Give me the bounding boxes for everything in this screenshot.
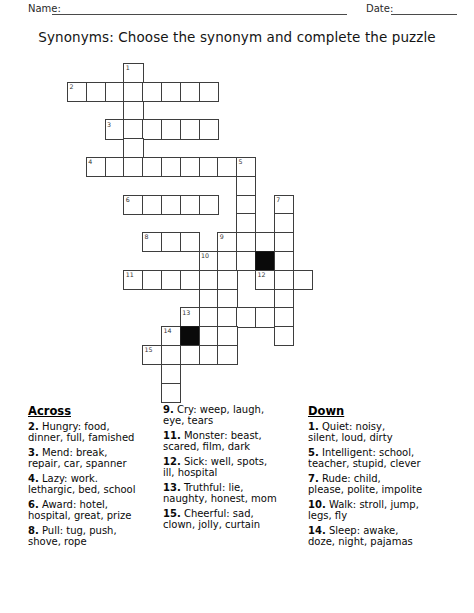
page-title: Synonyms: Choose the synonym and complet… xyxy=(0,29,474,45)
cell-number: 3 xyxy=(107,122,111,129)
grid-cell[interactable] xyxy=(236,232,256,252)
grid-cell[interactable] xyxy=(236,195,256,215)
grid-cell[interactable] xyxy=(199,82,219,102)
grid-cell-black xyxy=(255,251,275,271)
clue-number: 3. xyxy=(28,447,39,458)
clue-text: Lazy: work. lethargic, bed, school xyxy=(28,473,136,495)
grid-cell[interactable] xyxy=(199,326,219,346)
clue-7: 7. Rude: child, please, polite, impolite xyxy=(308,473,468,495)
cell-number: 11 xyxy=(126,272,134,279)
clue-number: 6. xyxy=(28,499,39,510)
grid-cell[interactable] xyxy=(123,101,143,121)
grid-cell[interactable] xyxy=(217,270,237,290)
grid-cell[interactable] xyxy=(274,270,294,290)
grid-cell[interactable] xyxy=(161,270,181,290)
grid-cell[interactable] xyxy=(161,232,181,252)
clue-6: 6. Award: hotel, hospital, great, prize xyxy=(28,499,168,521)
cell-number: 15 xyxy=(145,347,153,354)
grid-cell[interactable] xyxy=(161,119,181,139)
across-header: Across xyxy=(28,404,168,418)
cell-number: 7 xyxy=(276,197,280,204)
clue-number: 4. xyxy=(28,473,39,484)
clue-number: 7. xyxy=(308,473,319,484)
grid-cell[interactable] xyxy=(199,157,219,177)
clue-text: Hungry: food, dinner, full, famished xyxy=(28,421,134,443)
grid-cell[interactable] xyxy=(236,213,256,233)
grid-cell[interactable] xyxy=(123,119,143,139)
grid-cell[interactable] xyxy=(217,307,237,327)
clue-1: 1. Quiet: noisy, silent, loud, dirty xyxy=(308,421,468,443)
grid-cell[interactable] xyxy=(293,270,313,290)
grid-cell[interactable] xyxy=(274,307,294,327)
grid-cell[interactable] xyxy=(180,345,200,365)
grid-cell[interactable] xyxy=(180,82,200,102)
grid-cell[interactable] xyxy=(105,82,125,102)
grid-cell[interactable] xyxy=(161,383,181,403)
grid-cell[interactable] xyxy=(86,82,106,102)
clue-text: Rude: child, please, polite, impolite xyxy=(308,473,422,495)
clue-9: 9. Cry: weep, laugh, eye, tears xyxy=(163,404,308,426)
date-input-line[interactable] xyxy=(391,3,457,15)
grid-cell[interactable] xyxy=(161,345,181,365)
down-header: Down xyxy=(308,404,468,418)
cell-number: 10 xyxy=(201,253,209,260)
clue-12: 12. Sick: well, spots, ill, hospital xyxy=(163,456,308,478)
clue-number: 2. xyxy=(28,421,39,432)
grid-cell[interactable] xyxy=(180,119,200,139)
cell-number: 5 xyxy=(239,159,243,166)
clue-8: 8. Pull: tug, push, shove, rope xyxy=(28,525,168,547)
clue-number: 15. xyxy=(163,508,181,519)
clue-number: 13. xyxy=(163,482,181,493)
clue-3: 3. Mend: break, repair, car, spanner xyxy=(28,447,168,469)
grid-cell[interactable] xyxy=(161,157,181,177)
clue-number: 9. xyxy=(163,404,174,415)
crossword-grid: 123456789101112131415 xyxy=(67,63,327,408)
grid-cell[interactable] xyxy=(123,82,143,102)
grid-cell[interactable] xyxy=(142,270,162,290)
cell-number: 12 xyxy=(257,272,265,279)
grid-cell[interactable] xyxy=(255,307,275,327)
clue-number: 12. xyxy=(163,456,181,467)
grid-cell[interactable] xyxy=(274,232,294,252)
grid-cell[interactable] xyxy=(236,176,256,196)
grid-cell[interactable] xyxy=(180,270,200,290)
grid-cell[interactable] xyxy=(180,195,200,215)
clue-13: 13. Truthful: lie, naughty, honest, mom xyxy=(163,482,308,504)
grid-cell[interactable] xyxy=(105,157,125,177)
clue-number: 14. xyxy=(308,525,326,536)
clue-text: Award: hotel, hospital, great, prize xyxy=(28,499,131,521)
clue-number: 5. xyxy=(308,447,319,458)
grid-cell[interactable] xyxy=(142,82,162,102)
clue-5: 5. Intelligent: school, teacher, stupid,… xyxy=(308,447,468,469)
clue-column-across-cont: 9. Cry: weep, laugh, eye, tears11. Monst… xyxy=(163,404,308,534)
clue-number: 8. xyxy=(28,525,39,536)
clue-number: 10. xyxy=(308,499,326,510)
grid-cell[interactable] xyxy=(217,251,237,271)
cell-number: 14 xyxy=(163,328,171,335)
clue-2: 2. Hungry: food, dinner, full, famished xyxy=(28,421,168,443)
grid-cell[interactable] xyxy=(274,251,294,271)
clue-text: Intelligent: school, teacher, stupid, cl… xyxy=(308,447,421,469)
clue-column-down: Down1. Quiet: noisy, silent, loud, dirty… xyxy=(308,404,468,551)
grid-cell[interactable] xyxy=(123,138,143,158)
grid-cell[interactable] xyxy=(274,213,294,233)
clue-11: 11. Monster: beast, scared, film, dark xyxy=(163,430,308,452)
grid-cell[interactable] xyxy=(180,232,200,252)
grid-cell[interactable] xyxy=(217,345,237,365)
grid-cell[interactable] xyxy=(217,157,237,177)
grid-cell[interactable] xyxy=(236,251,256,271)
clue-4: 4. Lazy: work. lethargic, bed, school xyxy=(28,473,168,495)
clue-10: 10. Walk: stroll, jump, legs, fly xyxy=(308,499,468,521)
grid-cell[interactable] xyxy=(123,157,143,177)
clue-text: Cry: weep, laugh, eye, tears xyxy=(163,404,264,426)
clue-14: 14. Sleep: awake, doze, night, pajamas xyxy=(308,525,468,547)
grid-cell[interactable] xyxy=(161,364,181,384)
cell-number: 13 xyxy=(182,310,190,317)
cell-number: 1 xyxy=(126,65,130,72)
grid-cell[interactable] xyxy=(217,326,237,346)
cell-number: 8 xyxy=(145,234,149,241)
clue-column-across: Across2. Hungry: food, dinner, full, fam… xyxy=(28,404,168,551)
grid-cell[interactable] xyxy=(199,195,219,215)
grid-cell[interactable] xyxy=(142,157,162,177)
grid-cell[interactable] xyxy=(199,270,219,290)
grid-cell[interactable] xyxy=(199,119,219,139)
grid-cell[interactable] xyxy=(142,195,162,215)
grid-cell[interactable] xyxy=(161,195,181,215)
clue-15: 15. Cheerful: sad, clown, jolly, curtain xyxy=(163,508,308,530)
clue-number: 11. xyxy=(163,430,181,441)
clue-text: Pull: tug, push, shove, rope xyxy=(28,525,117,547)
date-label: Date: xyxy=(366,3,393,14)
grid-cell[interactable] xyxy=(199,345,219,365)
grid-cell-black xyxy=(180,326,200,346)
grid-cell[interactable] xyxy=(199,289,219,309)
cell-number: 6 xyxy=(126,197,130,204)
clue-number: 1. xyxy=(308,421,319,432)
grid-cell[interactable] xyxy=(161,82,181,102)
grid-cell[interactable] xyxy=(199,307,219,327)
grid-cell[interactable] xyxy=(142,119,162,139)
clue-text: Quiet: noisy, silent, loud, dirty xyxy=(308,421,393,443)
clue-text: Truthful: lie, naughty, honest, mom xyxy=(163,482,277,504)
grid-cell[interactable] xyxy=(180,157,200,177)
cell-number: 4 xyxy=(88,159,92,166)
grid-cell[interactable] xyxy=(217,289,237,309)
cell-number: 9 xyxy=(220,234,224,241)
grid-cell[interactable] xyxy=(274,326,294,346)
name-input-line[interactable] xyxy=(52,3,347,15)
grid-cell[interactable] xyxy=(255,232,275,252)
grid-cell[interactable] xyxy=(274,289,294,309)
grid-cell[interactable] xyxy=(236,307,256,327)
clue-text: Mend: break, repair, car, spanner xyxy=(28,447,127,469)
cell-number: 2 xyxy=(69,84,73,91)
